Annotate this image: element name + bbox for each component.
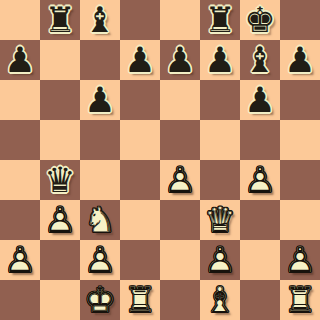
piece-white-bishop: ♝♗ bbox=[200, 280, 240, 320]
square-d6[interactable] bbox=[120, 80, 160, 120]
square-e4[interactable]: ♟♙ bbox=[160, 160, 200, 200]
piece-black-king: ♚ bbox=[240, 0, 280, 40]
square-d7[interactable]: ♟ bbox=[120, 40, 160, 80]
square-e1[interactable] bbox=[160, 280, 200, 320]
square-a4[interactable] bbox=[0, 160, 40, 200]
square-g1[interactable] bbox=[240, 280, 280, 320]
square-c5[interactable] bbox=[80, 120, 120, 160]
square-d5[interactable] bbox=[120, 120, 160, 160]
square-g2[interactable] bbox=[240, 240, 280, 280]
square-b4[interactable]: ♛ bbox=[40, 160, 80, 200]
piece-white-pawn: ♟♙ bbox=[200, 240, 240, 280]
piece-black-bishop: ♝ bbox=[80, 0, 120, 40]
piece-black-pawn: ♟ bbox=[160, 40, 200, 80]
square-h7[interactable]: ♟ bbox=[280, 40, 320, 80]
piece-black-pawn: ♟ bbox=[240, 80, 280, 120]
piece-white-pawn: ♟♙ bbox=[40, 200, 80, 240]
square-d2[interactable] bbox=[120, 240, 160, 280]
chess-board: ♜♝♜♚♟♟♟♟♝♟♟♟♛♟♙♟♙♟♙♞♘♛♕♟♙♟♙♟♙♟♙♚♔♜♖♝♗♜♖ bbox=[0, 0, 320, 320]
square-a1[interactable] bbox=[0, 280, 40, 320]
piece-white-pawn: ♟♙ bbox=[160, 160, 200, 200]
square-h6[interactable] bbox=[280, 80, 320, 120]
square-f7[interactable]: ♟ bbox=[200, 40, 240, 80]
piece-white-pawn: ♟♙ bbox=[240, 160, 280, 200]
square-c6[interactable]: ♟ bbox=[80, 80, 120, 120]
square-e5[interactable] bbox=[160, 120, 200, 160]
square-f3[interactable]: ♛♕ bbox=[200, 200, 240, 240]
square-f8[interactable]: ♜ bbox=[200, 0, 240, 40]
piece-white-knight: ♞♘ bbox=[80, 200, 120, 240]
square-a2[interactable]: ♟♙ bbox=[0, 240, 40, 280]
piece-black-pawn: ♟ bbox=[80, 80, 120, 120]
square-f5[interactable] bbox=[200, 120, 240, 160]
square-c4[interactable] bbox=[80, 160, 120, 200]
piece-black-rook: ♜ bbox=[40, 0, 80, 40]
square-c7[interactable] bbox=[80, 40, 120, 80]
square-h2[interactable]: ♟♙ bbox=[280, 240, 320, 280]
square-a6[interactable] bbox=[0, 80, 40, 120]
square-f4[interactable] bbox=[200, 160, 240, 200]
square-h4[interactable] bbox=[280, 160, 320, 200]
square-d4[interactable] bbox=[120, 160, 160, 200]
square-b5[interactable] bbox=[40, 120, 80, 160]
square-a8[interactable] bbox=[0, 0, 40, 40]
piece-black-pawn: ♟ bbox=[200, 40, 240, 80]
square-e7[interactable]: ♟ bbox=[160, 40, 200, 80]
square-h5[interactable] bbox=[280, 120, 320, 160]
square-b6[interactable] bbox=[40, 80, 80, 120]
square-c2[interactable]: ♟♙ bbox=[80, 240, 120, 280]
piece-white-queen: ♛♕ bbox=[200, 200, 240, 240]
square-d3[interactable] bbox=[120, 200, 160, 240]
square-e6[interactable] bbox=[160, 80, 200, 120]
square-g6[interactable]: ♟ bbox=[240, 80, 280, 120]
square-b3[interactable]: ♟♙ bbox=[40, 200, 80, 240]
piece-black-queen: ♛ bbox=[40, 160, 80, 200]
piece-black-bishop: ♝ bbox=[240, 40, 280, 80]
square-b8[interactable]: ♜ bbox=[40, 0, 80, 40]
square-d1[interactable]: ♜♖ bbox=[120, 280, 160, 320]
square-c8[interactable]: ♝ bbox=[80, 0, 120, 40]
piece-white-pawn: ♟♙ bbox=[80, 240, 120, 280]
square-g3[interactable] bbox=[240, 200, 280, 240]
square-c1[interactable]: ♚♔ bbox=[80, 280, 120, 320]
square-b7[interactable] bbox=[40, 40, 80, 80]
square-a7[interactable]: ♟ bbox=[0, 40, 40, 80]
square-a3[interactable] bbox=[0, 200, 40, 240]
square-e8[interactable] bbox=[160, 0, 200, 40]
square-g8[interactable]: ♚ bbox=[240, 0, 280, 40]
square-e3[interactable] bbox=[160, 200, 200, 240]
square-f6[interactable] bbox=[200, 80, 240, 120]
piece-white-pawn: ♟♙ bbox=[280, 240, 320, 280]
piece-black-pawn: ♟ bbox=[280, 40, 320, 80]
square-a5[interactable] bbox=[0, 120, 40, 160]
piece-black-pawn: ♟ bbox=[120, 40, 160, 80]
square-d8[interactable] bbox=[120, 0, 160, 40]
piece-white-rook: ♜♖ bbox=[280, 280, 320, 320]
square-g7[interactable]: ♝ bbox=[240, 40, 280, 80]
square-g5[interactable] bbox=[240, 120, 280, 160]
square-f1[interactable]: ♝♗ bbox=[200, 280, 240, 320]
square-c3[interactable]: ♞♘ bbox=[80, 200, 120, 240]
square-b1[interactable] bbox=[40, 280, 80, 320]
piece-black-rook: ♜ bbox=[200, 0, 240, 40]
piece-white-king: ♚♔ bbox=[80, 280, 120, 320]
piece-black-pawn: ♟ bbox=[0, 40, 40, 80]
square-b2[interactable] bbox=[40, 240, 80, 280]
square-e2[interactable] bbox=[160, 240, 200, 280]
square-h3[interactable] bbox=[280, 200, 320, 240]
piece-white-rook: ♜♖ bbox=[120, 280, 160, 320]
square-f2[interactable]: ♟♙ bbox=[200, 240, 240, 280]
square-h1[interactable]: ♜♖ bbox=[280, 280, 320, 320]
square-g4[interactable]: ♟♙ bbox=[240, 160, 280, 200]
piece-white-pawn: ♟♙ bbox=[0, 240, 40, 280]
square-h8[interactable] bbox=[280, 0, 320, 40]
